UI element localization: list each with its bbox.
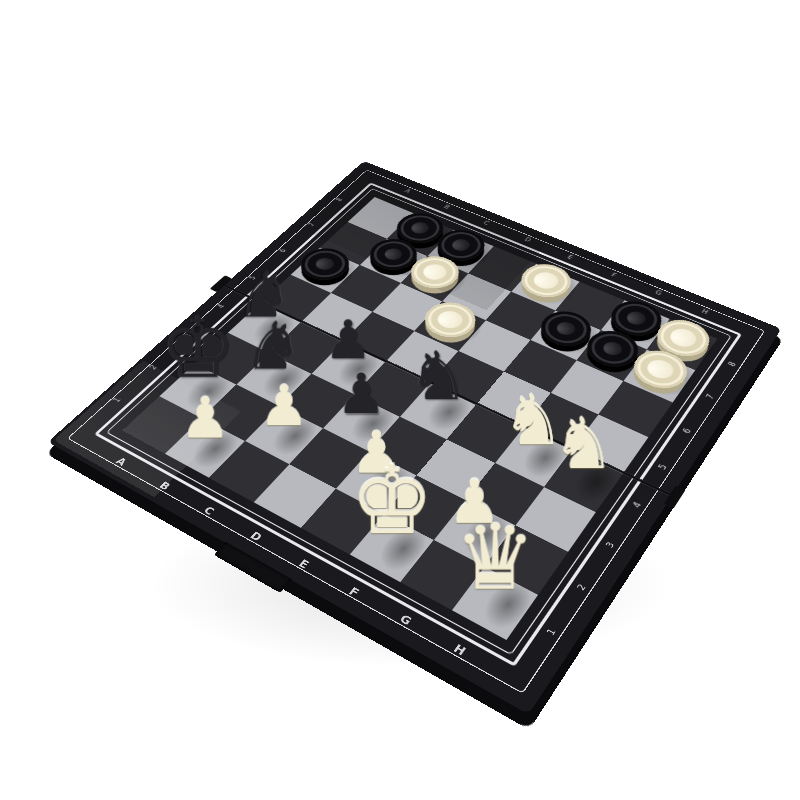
file-label-far-h: H — [700, 308, 709, 315]
product-photo-stage: ♚♞♟♞♟♟♟♟♞♚♟♞♛♞ AABBCCDDEEFFGGHH112233445… — [0, 0, 800, 800]
file-label-e: E — [296, 557, 312, 571]
rank-label-far-7: 7 — [307, 222, 316, 227]
perspective-scene: ♚♞♟♞♟♟♟♟♞♚♟♞♛♞ AABBCCDDEEFFGGHH112233445… — [0, 0, 800, 800]
rank-label-far-4: 4 — [216, 304, 226, 310]
rank-label-4: 4 — [631, 501, 644, 510]
chess-board: ♚♞♟♞♟♟♟♟♞♚♟♞♛♞ AABBCCDDEEFFGGHH112233445… — [48, 161, 782, 714]
fold-hinge-icon — [664, 485, 686, 508]
rank-label-far-6: 6 — [278, 248, 287, 253]
file-label-far-c: C — [482, 220, 490, 226]
board-top-face: ♚♞♟♞♟♟♟♟♞♚♟♞♛♞ AABBCCDDEEFFGGHH112233445… — [48, 161, 782, 714]
clasp-latch — [214, 542, 292, 593]
file-label-d: D — [247, 530, 264, 544]
file-label-far-a: A — [403, 188, 411, 194]
fold-hinge-icon — [210, 275, 233, 292]
rank-label-8: 8 — [726, 361, 737, 368]
file-label-a: A — [113, 455, 129, 468]
rank-label-7: 7 — [704, 393, 716, 401]
file-label-far-f: F — [610, 272, 618, 278]
rank-label-5: 5 — [656, 463, 668, 471]
file-label-far-d: D — [523, 237, 532, 243]
rank-label-2: 2 — [575, 582, 588, 592]
file-label-g: G — [397, 612, 414, 628]
rank-label-far-5: 5 — [248, 275, 257, 281]
file-label-b: B — [156, 479, 172, 492]
rank-label-far-1: 1 — [112, 397, 122, 404]
rank-label-far-3: 3 — [183, 333, 193, 339]
file-label-c: C — [201, 504, 217, 517]
file-label-h: H — [451, 642, 469, 659]
rank-label-far-2: 2 — [149, 364, 159, 371]
file-label-f: F — [346, 585, 362, 600]
file-label-far-b: B — [442, 204, 450, 210]
rank-label-far-8: 8 — [335, 197, 344, 202]
file-label-far-e: E — [566, 254, 574, 260]
rank-label-3: 3 — [603, 540, 616, 549]
file-label-far-g: G — [654, 290, 663, 297]
piece-shadow — [418, 387, 478, 437]
square-h1: ♛ — [452, 567, 538, 640]
rank-label-6: 6 — [681, 427, 693, 435]
rank-label-1: 1 — [544, 627, 558, 637]
